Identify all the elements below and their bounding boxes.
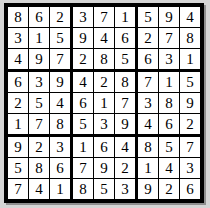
cell-r3c9: 1 [180,49,200,72]
cell-r4c4: 4 [73,72,94,93]
cell-r7c6: 4 [115,137,138,158]
cell-r2c5: 4 [94,28,115,49]
cell-r4c8: 1 [159,72,180,93]
cell-r3c8: 3 [159,49,180,72]
cell-r5c9: 9 [180,93,200,114]
cell-r8c4: 7 [73,158,94,179]
cell-r1c1: 8 [8,7,29,28]
cell-r9c9: 6 [180,179,200,199]
cell-r5c5: 1 [94,93,115,114]
cell-r6c9: 2 [180,114,200,137]
cell-r4c5: 2 [94,72,115,93]
cell-r2c7: 2 [138,28,159,49]
cell-r5c6: 7 [115,93,138,114]
cell-r9c1: 7 [8,179,29,199]
cell-r6c5: 3 [94,114,115,137]
cell-r2c4: 9 [73,28,94,49]
cell-r1c4: 3 [73,7,94,28]
cell-r9c5: 5 [94,179,115,199]
cell-r3c2: 9 [29,49,50,72]
cell-r3c5: 8 [94,49,115,72]
cell-r9c8: 2 [159,179,180,199]
cell-r5c7: 3 [138,93,159,114]
sudoku-board: 8623715943159462784972856316394287152546… [4,3,204,203]
cell-r9c3: 1 [50,179,73,199]
cell-r5c3: 4 [50,93,73,114]
cell-r7c7: 8 [138,137,159,158]
cell-r1c6: 1 [115,7,138,28]
cell-r4c2: 3 [29,72,50,93]
cell-r1c2: 6 [29,7,50,28]
cell-r3c6: 5 [115,49,138,72]
cell-r4c3: 9 [50,72,73,93]
cell-r6c3: 8 [50,114,73,137]
cell-r8c8: 4 [159,158,180,179]
cell-r2c6: 6 [115,28,138,49]
cell-r4c6: 8 [115,72,138,93]
cell-r7c3: 3 [50,137,73,158]
cell-r3c1: 4 [8,49,29,72]
cell-r8c6: 2 [115,158,138,179]
cell-r9c2: 4 [29,179,50,199]
cell-r4c1: 6 [8,72,29,93]
cell-r2c8: 7 [159,28,180,49]
cell-r2c9: 8 [180,28,200,49]
cell-r8c7: 1 [138,158,159,179]
cell-r8c1: 5 [8,158,29,179]
cell-r6c6: 9 [115,114,138,137]
cell-r1c5: 7 [94,7,115,28]
cell-r5c1: 2 [8,93,29,114]
cell-r9c7: 9 [138,179,159,199]
cell-r6c4: 5 [73,114,94,137]
cell-r3c7: 6 [138,49,159,72]
cell-r8c2: 8 [29,158,50,179]
cell-r1c8: 9 [159,7,180,28]
cell-r1c7: 5 [138,7,159,28]
cell-r4c9: 5 [180,72,200,93]
cell-r8c5: 9 [94,158,115,179]
cell-r9c4: 8 [73,179,94,199]
cell-r1c3: 2 [50,7,73,28]
cell-r4c7: 7 [138,72,159,93]
cell-r5c4: 6 [73,93,94,114]
cell-r6c2: 7 [29,114,50,137]
cell-r3c4: 2 [73,49,94,72]
cell-r8c9: 3 [180,158,200,179]
cell-r3c3: 7 [50,49,73,72]
cell-r6c8: 6 [159,114,180,137]
cell-r5c2: 5 [29,93,50,114]
cell-r2c2: 1 [29,28,50,49]
cell-r6c7: 4 [138,114,159,137]
cell-r2c1: 3 [8,28,29,49]
cell-r7c1: 9 [8,137,29,158]
cell-r7c9: 7 [180,137,200,158]
cell-r1c9: 4 [180,7,200,28]
cell-r8c3: 6 [50,158,73,179]
cell-r7c5: 6 [94,137,115,158]
cell-r2c3: 5 [50,28,73,49]
cell-r7c4: 1 [73,137,94,158]
cell-r7c8: 5 [159,137,180,158]
cell-r9c6: 3 [115,179,138,199]
cell-r7c2: 2 [29,137,50,158]
cell-r6c1: 1 [8,114,29,137]
cell-r5c8: 8 [159,93,180,114]
